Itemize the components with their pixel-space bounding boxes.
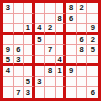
cell-r4c7[interactable] — [66, 35, 77, 46]
cell-r6c5[interactable] — [45, 56, 56, 67]
cell-r5c4[interactable] — [35, 45, 46, 56]
cell-r1c8: 2 — [77, 3, 88, 14]
cell-r1c5[interactable] — [45, 3, 56, 14]
cell-r9c7[interactable] — [66, 87, 77, 98]
cell-r2c2[interactable] — [14, 14, 25, 25]
cell-r3c5: 2 — [45, 24, 56, 35]
cell-r3c9: 9 — [87, 24, 98, 35]
cell-r5c8: 8 — [77, 45, 88, 56]
cell-r9c6[interactable] — [56, 87, 67, 98]
cell-r1c3[interactable] — [24, 3, 35, 14]
cell-r7c2[interactable] — [14, 66, 25, 77]
cell-r8c4: 3 — [35, 77, 46, 88]
cell-r8c1[interactable] — [3, 77, 14, 88]
cell-r9c4[interactable] — [35, 87, 46, 98]
cell-r8c8[interactable] — [77, 77, 88, 88]
cell-r8c2[interactable] — [14, 77, 25, 88]
cell-r3c1[interactable] — [3, 24, 14, 35]
cell-r1c9[interactable] — [87, 3, 98, 14]
cell-r1c4[interactable] — [35, 3, 46, 14]
cell-r5c7[interactable] — [66, 45, 77, 56]
cell-r2c6: 8 — [56, 14, 67, 25]
cell-r4c3[interactable] — [24, 35, 35, 46]
cell-r7c4[interactable] — [35, 66, 46, 77]
cell-r9c2: 7 — [14, 87, 25, 98]
cell-r1c7: 8 — [66, 3, 77, 14]
cell-r6c7[interactable] — [66, 56, 77, 67]
cell-r3c7[interactable] — [66, 24, 77, 35]
cell-r4c8: 6 — [77, 35, 88, 46]
cell-r9c3: 3 — [24, 87, 35, 98]
cell-r6c3[interactable] — [24, 56, 35, 67]
cell-r1c6[interactable] — [56, 3, 67, 14]
cell-r4c6[interactable] — [56, 35, 67, 46]
cell-r8c9[interactable] — [87, 77, 98, 88]
cell-r9c9: 6 — [87, 87, 98, 98]
cell-r7c3[interactable] — [24, 66, 35, 77]
cell-r4c4: 5 — [35, 35, 46, 46]
cell-r3c6[interactable] — [56, 24, 67, 35]
cell-r8c5[interactable] — [45, 77, 56, 88]
cell-r9c8[interactable] — [77, 87, 88, 98]
cell-r8c7[interactable] — [66, 77, 77, 88]
cell-r2c8[interactable] — [77, 14, 88, 25]
cell-r6c8[interactable] — [77, 56, 88, 67]
cell-r9c1[interactable] — [3, 87, 14, 98]
cell-r6c2: 3 — [14, 56, 25, 67]
cell-r3c2[interactable] — [14, 24, 25, 35]
cell-r1c1: 3 — [3, 3, 14, 14]
cell-r7c6: 1 — [56, 66, 67, 77]
cell-r2c7: 6 — [66, 14, 77, 25]
cell-r4c5[interactable] — [45, 35, 56, 46]
cell-r5c3[interactable] — [24, 45, 35, 56]
cell-r7c7: 9 — [66, 66, 77, 77]
cell-r6c6: 4 — [56, 56, 67, 67]
cell-r7c5: 8 — [45, 66, 56, 77]
cell-r8c6[interactable] — [56, 77, 67, 88]
cell-r2c1[interactable] — [3, 14, 14, 25]
cell-r7c9[interactable] — [87, 66, 98, 77]
cell-r3c4: 4 — [35, 24, 46, 35]
cell-r4c2[interactable] — [14, 35, 25, 46]
cell-r6c4[interactable] — [35, 56, 46, 67]
cell-r9c5[interactable] — [45, 87, 56, 98]
cell-r6c1: 5 — [3, 56, 14, 67]
cell-r3c8[interactable] — [77, 24, 88, 35]
cell-r4c1[interactable] — [3, 35, 14, 46]
cell-r8c3: 5 — [24, 77, 35, 88]
cell-r6c9[interactable] — [87, 56, 98, 67]
cell-r7c8[interactable] — [77, 66, 88, 77]
cell-r1c2[interactable] — [14, 3, 25, 14]
cell-r5c5: 7 — [45, 45, 56, 56]
cell-r4c9: 2 — [87, 35, 98, 46]
cell-r5c9: 5 — [87, 45, 98, 56]
cell-r3c3: 1 — [24, 24, 35, 35]
cell-r7c1: 4 — [3, 66, 14, 77]
sudoku-board: 38286142956296785534481953736 — [0, 0, 101, 101]
